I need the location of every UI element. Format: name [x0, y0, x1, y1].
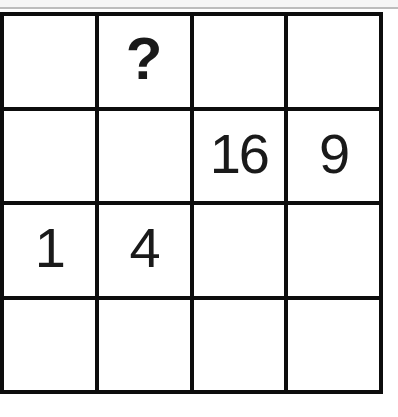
cell-r3c1: 1	[4, 205, 95, 296]
cell-r1c4	[288, 16, 379, 107]
cell-r1c3	[194, 16, 285, 107]
cell-r4c4	[288, 300, 379, 391]
cell-r3c3	[194, 205, 285, 296]
cell-r4c3	[194, 300, 285, 391]
cell-value: 4	[130, 220, 159, 276]
cell-r3c2: 4	[99, 205, 190, 296]
cell-value: 16	[210, 126, 268, 182]
cell-r2c1	[4, 111, 95, 202]
cell-value: 1	[35, 220, 64, 276]
cell-value: 9	[319, 126, 348, 182]
cell-r4c2	[99, 300, 190, 391]
cell-r1c1	[4, 16, 95, 107]
cell-r4c1	[4, 300, 95, 391]
cell-r2c4: 9	[288, 111, 379, 202]
cell-r2c3: 16	[194, 111, 285, 202]
puzzle-board: ? 16 9 1 4	[0, 12, 383, 394]
cell-r2c2	[99, 111, 190, 202]
page-top-divider	[0, 0, 398, 9]
cell-r1c2-question: ?	[99, 16, 190, 107]
question-mark: ?	[126, 29, 163, 89]
cell-r3c4	[288, 205, 379, 296]
